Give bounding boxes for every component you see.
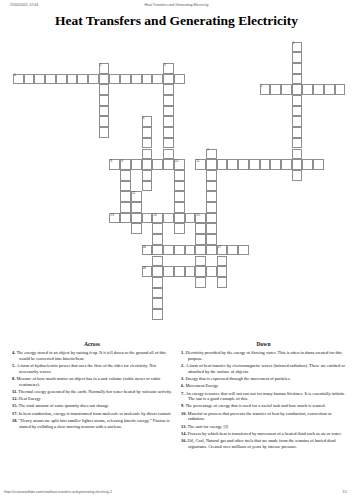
grid-cell <box>152 159 163 170</box>
grid-cell <box>217 256 228 267</box>
clue-number: 14. <box>181 431 188 436</box>
clue-number: 13. <box>181 424 188 429</box>
grid-cell <box>99 74 110 85</box>
grid-cell <box>34 74 45 85</box>
grid-cell <box>24 74 35 85</box>
grid-cell <box>313 159 324 170</box>
clue-number: 18. <box>12 418 19 423</box>
grid-cell <box>292 95 303 106</box>
grid-cell <box>249 159 260 170</box>
cell-number: 3 <box>164 64 166 67</box>
clue-text: Oil, Coal, Natural gas and other fuels t… <box>188 438 336 449</box>
cell-number: 8 <box>110 160 112 163</box>
grid-cell <box>120 213 131 224</box>
grid-cell <box>152 234 163 245</box>
clue-item: 12. Heat Energy <box>12 396 172 402</box>
grid-cell <box>292 138 303 149</box>
clue-item: 4. The energy stored in an object by rai… <box>12 350 172 361</box>
grid-cell <box>120 202 131 213</box>
clue-item: 17. In heat conduction, energy is transf… <box>12 411 172 417</box>
clue-number: 12. <box>12 396 19 401</box>
grid-cell <box>163 213 174 224</box>
cell-number: 13 <box>110 214 113 217</box>
grid-cell <box>142 181 153 192</box>
grid-cell <box>131 202 142 213</box>
clue-item: 11. Thermal energy generated by the eart… <box>12 389 172 395</box>
clue-text: Thermal energy generated by the earth. N… <box>18 389 172 394</box>
clue-text: Electricity provided by the energy of fl… <box>185 350 341 361</box>
clue-text: A form of hydroelectric power that uses … <box>16 363 156 374</box>
clue-text: Energy that is expressed through the mov… <box>185 376 290 381</box>
grid-cell <box>206 223 217 234</box>
grid-cell <box>142 159 153 170</box>
grid-cell <box>302 84 313 95</box>
print-header-title: Heat Transfers and Generating Electricit… <box>0 4 353 8</box>
grid-cell <box>174 170 185 181</box>
grid-cell <box>99 84 110 95</box>
grid-cell <box>142 127 153 138</box>
grid-cell <box>88 74 99 85</box>
clue-item: 9. The percentage of energy that is used… <box>181 403 346 409</box>
grid-cell <box>217 277 228 288</box>
cell-number: 18 <box>143 267 146 270</box>
grid-cell <box>206 181 217 192</box>
clue-item: 13. The unit for energy. [J] <box>181 424 346 430</box>
grid-cell <box>195 223 206 234</box>
grid-cell <box>99 95 110 106</box>
grid-cell <box>142 138 153 149</box>
grid-cell <box>270 159 281 170</box>
across-heading: Across <box>12 341 172 347</box>
grid-cell <box>292 52 303 63</box>
grid-cell <box>206 213 217 224</box>
grid-cell <box>131 159 142 170</box>
grid-cell <box>174 191 185 202</box>
cell-number: 12 <box>132 192 135 195</box>
grid-cell <box>292 63 303 74</box>
grid-cell <box>195 245 206 256</box>
down-heading: Down <box>181 341 346 347</box>
grid-cell <box>99 106 110 117</box>
clue-text: Heat Energy <box>19 396 41 401</box>
grid-cell <box>109 74 120 85</box>
clue-text: The total amount of some quantity does n… <box>19 403 109 408</box>
grid-cell <box>163 116 174 127</box>
cell-number: 10 <box>175 160 178 163</box>
grid-cell <box>77 74 88 85</box>
grid-cell <box>185 245 196 256</box>
clue-item: 15. The total amount of some quantity do… <box>12 403 172 409</box>
grid-cell <box>206 159 217 170</box>
clue-text: Material or process that prevents the tr… <box>188 411 332 422</box>
grid-cell <box>163 138 174 149</box>
grid-cell <box>163 74 174 85</box>
grid-cell <box>227 159 238 170</box>
across-clue-list: 4. The energy stored in an object by rai… <box>12 350 172 429</box>
cell-number: 16 <box>143 246 146 249</box>
grid-cell <box>120 170 131 181</box>
cell-number: 1 <box>293 42 295 45</box>
grid-cell <box>281 84 292 95</box>
grid-cell <box>152 223 163 234</box>
clue-item: 6. Movement Energy <box>181 383 346 389</box>
clue-number: 10. <box>181 411 188 416</box>
print-footer-page-number: 1/1 <box>342 491 347 494</box>
grid-cell <box>292 116 303 127</box>
clue-item: 5. A form of hydroelectric power that us… <box>12 363 172 374</box>
grid-cell <box>195 266 206 277</box>
grid-cell <box>163 266 174 277</box>
grid-cell <box>152 298 163 309</box>
clue-item: 14. Process by which heat is transferred… <box>181 431 346 437</box>
grid-cell <box>163 84 174 95</box>
clue-text: In heat conduction, energy is transforme… <box>19 411 171 416</box>
grid-cell <box>174 266 185 277</box>
clue-text: Process by which heat is transferred by … <box>188 431 341 436</box>
grid-cell <box>45 74 56 85</box>
clue-item: 3. Energy that is expressed through the … <box>181 376 346 382</box>
grid-cell <box>195 256 206 267</box>
grid-cell <box>174 202 185 213</box>
across-clues-section: Across 4. The energy stored in an object… <box>12 341 172 431</box>
clue-text: A form of heat transfer by electromagnet… <box>185 363 345 374</box>
grid-cell <box>185 266 196 277</box>
grid-cell <box>206 191 217 202</box>
grid-cell <box>270 84 281 95</box>
clue-text: The percentage of energy that is used fo… <box>185 403 325 408</box>
grid-cell <box>174 213 185 224</box>
clue-number: 16. <box>181 438 188 443</box>
grid-cell <box>174 245 185 256</box>
grid-cell <box>335 84 346 95</box>
grid-cell <box>292 106 303 117</box>
clue-text: “Heavy atoms are split into smaller ligh… <box>19 418 170 429</box>
clue-item: 16. Oil, Coal, Natural gas and other fue… <box>181 438 346 449</box>
crossword-print-page: 25/04/2024, 07:44 Heat Transfers and Gen… <box>0 0 353 500</box>
grid-cell <box>67 74 78 85</box>
grid-cell <box>302 159 313 170</box>
clue-item: 18. “Heavy atoms are split into smaller … <box>12 418 172 429</box>
clue-text: The energy stored in an object by raisin… <box>16 350 165 361</box>
grid-cell <box>238 159 249 170</box>
clue-item: 7. An energy resource that will not run … <box>181 391 346 402</box>
clue-text: The unit for energy. [J] <box>188 424 228 429</box>
grid-cell <box>163 127 174 138</box>
grid-cell <box>131 213 142 224</box>
grid-cell <box>238 245 249 256</box>
grid-cell <box>313 84 324 95</box>
grid-cell <box>152 309 163 320</box>
grid-cell <box>281 159 292 170</box>
cell-number: 7 <box>207 149 209 152</box>
grid-cell <box>120 191 131 202</box>
grid-cell <box>292 84 303 95</box>
grid-cell <box>292 170 303 181</box>
grid-cell <box>152 277 163 288</box>
down-clues-section: Down 1. Electricity provided by the ener… <box>181 341 346 451</box>
grid-cell <box>142 170 153 181</box>
grid-cell <box>206 266 217 277</box>
down-clue-list: 1. Electricity provided by the energy of… <box>181 350 346 450</box>
grid-cell <box>142 149 153 160</box>
grid-cell <box>227 245 238 256</box>
clue-item: 8. Measure of how much matter an object … <box>12 376 172 387</box>
clue-text: Measure of how much matter an object has… <box>16 376 160 387</box>
grid-cell <box>206 170 217 181</box>
grid-cell <box>292 127 303 138</box>
grid-cell <box>152 266 163 277</box>
grid-cell <box>217 159 228 170</box>
clue-item: 10. Material or process that prevents th… <box>181 411 346 422</box>
grid-cell <box>163 159 174 170</box>
grid-cell <box>174 74 185 85</box>
grid-cell <box>185 213 196 224</box>
grid-cell <box>152 245 163 256</box>
page-title: Heat Transfers and Generating Electricit… <box>0 13 353 29</box>
clue-text: An energy resource that will not run out… <box>185 391 345 402</box>
grid-cell <box>174 181 185 192</box>
cell-number: 14 <box>153 214 156 217</box>
grid-cell <box>163 149 174 160</box>
clue-text: Movement Energy <box>185 383 218 388</box>
cell-number: 17 <box>218 246 221 249</box>
grid-cell <box>163 95 174 106</box>
grid-cell <box>217 266 228 277</box>
grid-cell <box>99 116 110 127</box>
grid-cell <box>152 256 163 267</box>
grid-cell <box>292 74 303 85</box>
cell-number: 11 <box>196 160 199 163</box>
grid-cell <box>174 223 185 234</box>
clue-number: 15. <box>12 403 19 408</box>
grid-cell <box>131 74 142 85</box>
grid-cell <box>142 74 153 85</box>
cell-number: 5 <box>261 85 263 88</box>
grid-cell <box>292 159 303 170</box>
grid-cell <box>99 127 110 138</box>
cell-number: 2 <box>100 64 102 67</box>
grid-cell <box>120 181 131 192</box>
grid-cell <box>195 277 206 288</box>
grid-cell <box>206 245 217 256</box>
grid-cell <box>152 74 163 85</box>
grid-cell <box>152 288 163 299</box>
cell-number: 4 <box>14 74 16 77</box>
grid-cell <box>120 74 131 85</box>
cell-number: 9 <box>121 160 123 163</box>
grid-cell <box>206 234 217 245</box>
grid-cell <box>56 74 67 85</box>
grid-cell <box>195 234 206 245</box>
grid-cell <box>163 106 174 117</box>
grid-cell <box>163 245 174 256</box>
grid-cell <box>206 202 217 213</box>
grid-cell <box>260 159 271 170</box>
cell-number: 15 <box>196 214 199 217</box>
clue-item: 1. Electricity provided by the energy of… <box>181 350 346 361</box>
grid-cell <box>131 223 142 234</box>
grid-cell <box>324 84 335 95</box>
cell-number: 6 <box>143 117 145 120</box>
grid-cell <box>292 149 303 160</box>
grid-cell <box>142 213 153 224</box>
print-footer-url: https://crosswordlabs.com/view/heat-tran… <box>4 491 112 494</box>
clue-number: 17. <box>12 411 19 416</box>
clue-item: 2. A form of heat transfer by electromag… <box>181 363 346 374</box>
